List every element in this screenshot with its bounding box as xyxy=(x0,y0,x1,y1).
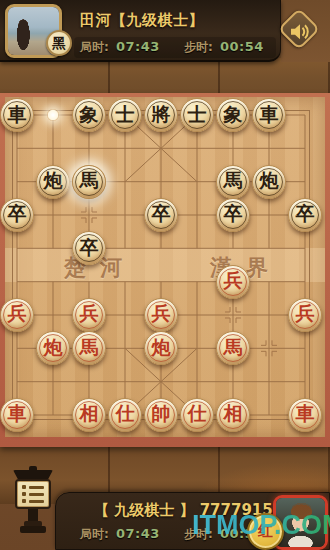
lantern-cap xyxy=(13,470,53,479)
piece-red-車[interactable]: 車 xyxy=(0,398,34,432)
last-move-origin-dot xyxy=(47,109,59,121)
piece-black-卒[interactable]: 卒 xyxy=(216,198,250,232)
piece-red-兵[interactable]: 兵 xyxy=(288,298,322,332)
piece-black-象[interactable]: 象 xyxy=(72,98,106,132)
lantern-base xyxy=(20,526,46,533)
menu-list-icon xyxy=(15,479,51,509)
piece-red-車[interactable]: 車 xyxy=(288,398,322,432)
piece-black-象[interactable]: 象 xyxy=(216,98,250,132)
piece-character: 炮 xyxy=(260,171,279,190)
piece-character: 帥 xyxy=(152,404,171,423)
piece-character: 馬 xyxy=(224,338,243,357)
move-time-label: 步时: xyxy=(184,39,213,56)
game-time-label: 局时: xyxy=(80,526,109,543)
watermark-text: ITMOP.COM xyxy=(192,510,330,541)
xiangqi-game-screen: 黑 田河【九级棋士】 局时: 07:43 步时: 00:54 xyxy=(0,0,330,550)
piece-character: 兵 xyxy=(296,304,315,323)
piece-black-車[interactable]: 車 xyxy=(252,98,286,132)
piece-black-卒[interactable]: 卒 xyxy=(0,198,34,232)
piece-character: 卒 xyxy=(80,238,99,257)
piece-black-卒[interactable]: 卒 xyxy=(144,198,178,232)
piece-red-相[interactable]: 相 xyxy=(216,398,250,432)
piece-character: 士 xyxy=(116,105,135,124)
piece-character: 車 xyxy=(8,404,27,423)
piece-black-馬[interactable]: 馬 xyxy=(216,165,250,199)
piece-character: 士 xyxy=(188,105,207,124)
piece-character: 象 xyxy=(80,105,99,124)
speaker-icon xyxy=(286,19,312,45)
piece-character: 車 xyxy=(260,105,279,124)
piece-character: 炮 xyxy=(44,171,63,190)
piece-character: 車 xyxy=(8,105,27,124)
menu-lantern-button[interactable] xyxy=(12,464,54,546)
piece-character: 仕 xyxy=(116,404,135,423)
piece-character: 兵 xyxy=(224,271,243,290)
move-time-value: 00:54 xyxy=(220,39,264,54)
piece-character: 炮 xyxy=(44,338,63,357)
piece-red-兵[interactable]: 兵 xyxy=(144,298,178,332)
piece-character: 卒 xyxy=(296,204,315,223)
piece-character: 馬 xyxy=(80,338,99,357)
piece-black-士[interactable]: 士 xyxy=(180,98,214,132)
piece-character: 卒 xyxy=(152,204,171,223)
piece-black-炮[interactable]: 炮 xyxy=(36,165,70,199)
piece-red-帥[interactable]: 帥 xyxy=(144,398,178,432)
opponent-info-bar: 黑 田河【九级棋士】 局时: 07:43 步时: 00:54 xyxy=(0,0,281,62)
piece-character: 兵 xyxy=(152,304,171,323)
game-time-label: 局时: xyxy=(80,39,109,56)
piece-character: 卒 xyxy=(8,204,27,223)
piece-character: 相 xyxy=(224,404,243,423)
piece-character: 馬 xyxy=(224,171,243,190)
piece-character: 車 xyxy=(296,404,315,423)
piece-red-兵[interactable]: 兵 xyxy=(72,298,106,332)
piece-red-兵[interactable]: 兵 xyxy=(0,298,34,332)
game-time-value: 07:43 xyxy=(116,526,160,541)
piece-character: 將 xyxy=(152,105,171,124)
piece-red-相[interactable]: 相 xyxy=(72,398,106,432)
piece-red-仕[interactable]: 仕 xyxy=(180,398,214,432)
piece-black-將[interactable]: 將 xyxy=(144,98,178,132)
piece-character: 仕 xyxy=(188,404,207,423)
game-time-value: 07:43 xyxy=(116,39,160,54)
black-side-badge: 黑 xyxy=(46,30,72,56)
piece-character: 相 xyxy=(80,404,99,423)
opponent-timer-row: 局时: 07:43 步时: 00:54 xyxy=(74,37,276,58)
piece-character: 兵 xyxy=(8,304,27,323)
piece-character: 兵 xyxy=(80,304,99,323)
piece-red-兵[interactable]: 兵 xyxy=(216,265,250,299)
xiangqi-board: 楚河 漢界 車象士將士象車炮馬馬炮卒卒卒卒卒兵兵兵兵兵炮馬炮馬車相仕帥仕相車 xyxy=(0,93,330,447)
piece-character: 馬 xyxy=(80,171,99,190)
opponent-name: 田河【九级棋士】 xyxy=(80,11,204,30)
piece-black-炮[interactable]: 炮 xyxy=(252,165,286,199)
piece-character: 象 xyxy=(224,105,243,124)
piece-character: 卒 xyxy=(224,204,243,223)
piece-red-仕[interactable]: 仕 xyxy=(108,398,142,432)
wood-background-top xyxy=(0,58,330,96)
piece-black-士[interactable]: 士 xyxy=(108,98,142,132)
piece-character: 炮 xyxy=(152,338,171,357)
piece-black-卒[interactable]: 卒 xyxy=(288,198,322,232)
piece-black-馬[interactable]: 馬 xyxy=(72,165,106,199)
piece-black-車[interactable]: 車 xyxy=(0,98,34,132)
